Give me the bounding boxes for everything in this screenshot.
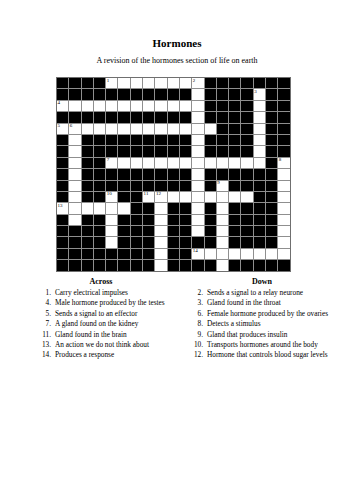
grid-cell[interactable] (69, 158, 80, 168)
block-cell (241, 101, 252, 111)
clue-item-text: Sends a signal to an effector (55, 309, 192, 319)
block-cell (266, 192, 277, 202)
grid-cell[interactable] (82, 124, 93, 134)
block-cell (217, 124, 228, 134)
grid-cell[interactable]: 11 (143, 192, 154, 202)
grid-cell[interactable] (192, 226, 203, 236)
block-cell (266, 124, 277, 134)
grid-cell[interactable] (69, 101, 80, 111)
block-cell (266, 135, 277, 145)
crossword-grid: 1234567891011121314 (56, 77, 291, 272)
clue-lists: Across 1.Carry electrical impulses4.Male… (40, 277, 332, 361)
grid-cell[interactable] (217, 249, 228, 259)
grid-cell[interactable] (241, 158, 252, 168)
block-cell (94, 112, 105, 122)
block-cell (94, 260, 105, 270)
grid-cell[interactable] (168, 101, 179, 111)
block-cell (118, 146, 129, 156)
block-cell (168, 181, 179, 191)
clue-number-label: 10 (107, 191, 112, 196)
block-cell (205, 78, 216, 88)
clue-item: 2.Sends a signal to a relay neurone (192, 288, 332, 298)
grid-cell[interactable] (229, 158, 240, 168)
block-cell (143, 135, 154, 145)
block-cell (57, 78, 68, 88)
block-cell (241, 135, 252, 145)
block-cell (241, 215, 252, 225)
grid-cell[interactable] (155, 203, 166, 213)
grid-cell[interactable] (118, 124, 129, 134)
block-cell (241, 237, 252, 247)
block-cell (180, 260, 191, 270)
block-cell (266, 203, 277, 213)
block-cell (69, 226, 80, 236)
clue-item-text: An action we do not think about (55, 340, 192, 350)
block-cell (278, 112, 289, 122)
grid-cell[interactable] (168, 124, 179, 134)
block-cell (266, 169, 277, 179)
block-cell (57, 260, 68, 270)
grid-cell[interactable] (69, 203, 80, 213)
block-cell (118, 135, 129, 145)
block-cell (254, 78, 265, 88)
block-cell (266, 158, 277, 168)
block-cell (94, 135, 105, 145)
clue-item-text: Carry electrical impulses (55, 288, 192, 298)
grid-cell[interactable] (94, 203, 105, 213)
grid-cell[interactable] (131, 78, 142, 88)
grid-cell[interactable] (94, 124, 105, 134)
clue-item-number: 4. (40, 298, 51, 308)
block-cell (278, 135, 289, 145)
block-cell (168, 89, 179, 99)
clue-item: 7.A gland found on the kidney (40, 319, 192, 329)
block-cell (180, 169, 191, 179)
grid-cell[interactable] (118, 158, 129, 168)
grid-cell[interactable] (180, 78, 191, 88)
block-cell (94, 181, 105, 191)
down-clues: Down 2.Sends a signal to a relay neurone… (192, 277, 332, 361)
block-cell (131, 215, 142, 225)
block-cell (278, 260, 289, 270)
grid-cell[interactable] (106, 237, 117, 247)
block-cell (57, 89, 68, 99)
block-cell (205, 226, 216, 236)
block-cell (69, 237, 80, 247)
block-cell (94, 226, 105, 236)
block-cell (118, 181, 129, 191)
block-cell (241, 78, 252, 88)
grid-cell[interactable]: 12 (155, 192, 166, 202)
grid-cell[interactable] (69, 215, 80, 225)
grid-cell[interactable] (205, 158, 216, 168)
grid-cell[interactable] (192, 158, 203, 168)
clue-number-label: 2 (193, 78, 196, 83)
block-cell (266, 78, 277, 88)
grid-cell[interactable] (254, 146, 265, 156)
grid-cell[interactable] (192, 101, 203, 111)
grid-cell[interactable] (278, 203, 289, 213)
block-cell (94, 169, 105, 179)
clue-number-label: 9 (217, 180, 220, 185)
block-cell (57, 181, 68, 191)
block-cell (205, 135, 216, 145)
block-cell (241, 226, 252, 236)
block-cell (106, 135, 117, 145)
grid-cell[interactable] (155, 101, 166, 111)
block-cell (266, 146, 277, 156)
block-cell (94, 192, 105, 202)
grid-cell[interactable] (192, 112, 203, 122)
grid-cell[interactable] (168, 158, 179, 168)
block-cell (106, 89, 117, 99)
grid-cell[interactable] (278, 237, 289, 247)
block-cell (229, 78, 240, 88)
block-cell (168, 146, 179, 156)
block-cell (69, 249, 80, 259)
clue-number-label: 1 (107, 78, 110, 83)
grid-cell[interactable] (143, 78, 154, 88)
block-cell (254, 226, 265, 236)
grid-cell[interactable] (254, 112, 265, 122)
grid-cell[interactable] (155, 124, 166, 134)
block-cell (278, 101, 289, 111)
block-cell (69, 78, 80, 88)
block-cell (180, 226, 191, 236)
grid-cell[interactable] (229, 249, 240, 259)
grid-cell[interactable] (118, 101, 129, 111)
block-cell (143, 112, 154, 122)
grid-cell[interactable] (69, 169, 80, 179)
page-subtitle: A revision of the hormones section of li… (0, 56, 354, 65)
block-cell (57, 226, 68, 236)
clue-item: 12.Hormone that controls blood sugar lev… (192, 350, 332, 360)
block-cell (205, 181, 216, 191)
clue-number-label: 13 (58, 203, 63, 208)
block-cell (217, 169, 228, 179)
worksheet-page: Hormones A revision of the hormones sect… (0, 0, 354, 500)
grid-cell[interactable] (278, 249, 289, 259)
block-cell (131, 181, 142, 191)
block-cell (241, 89, 252, 99)
block-cell (180, 135, 191, 145)
grid-cell[interactable] (180, 101, 191, 111)
block-cell (266, 237, 277, 247)
grid-cell[interactable] (69, 146, 80, 156)
clue-item-number: 10. (192, 340, 203, 350)
block-cell (118, 89, 129, 99)
grid-cell[interactable] (94, 101, 105, 111)
block-cell (118, 169, 129, 179)
clue-number-label: 7 (107, 157, 110, 162)
grid-cell[interactable] (155, 78, 166, 88)
grid-cell[interactable] (229, 192, 240, 202)
grid-cell[interactable]: 3 (254, 89, 265, 99)
block-cell (205, 89, 216, 99)
clue-item: 6.Female hormone produced by the ovaries (192, 309, 332, 319)
clue-item-number: 1. (40, 288, 51, 298)
block-cell (168, 112, 179, 122)
block-cell (131, 226, 142, 236)
grid-cell[interactable] (155, 158, 166, 168)
block-cell (143, 249, 154, 259)
block-cell (254, 237, 265, 247)
block-cell (94, 78, 105, 88)
block-cell (229, 226, 240, 236)
clue-item-number: 6. (192, 309, 203, 319)
grid-cell[interactable] (131, 158, 142, 168)
grid-cell[interactable] (192, 135, 203, 145)
block-cell (205, 146, 216, 156)
clue-item: 14.Produces a response (40, 350, 192, 360)
grid-cell[interactable] (106, 226, 117, 236)
grid-cell[interactable] (192, 146, 203, 156)
grid-cell[interactable] (217, 203, 228, 213)
block-cell (143, 146, 154, 156)
block-cell (82, 249, 93, 259)
grid-cell[interactable] (155, 215, 166, 225)
grid-cell[interactable]: 1 (106, 78, 117, 88)
block-cell (180, 249, 191, 259)
grid-cell[interactable] (217, 237, 228, 247)
grid-cell[interactable] (106, 203, 117, 213)
grid-cell[interactable] (155, 237, 166, 247)
block-cell (82, 146, 93, 156)
block-cell (131, 89, 142, 99)
grid-cell[interactable] (180, 192, 191, 202)
grid-cell[interactable] (278, 215, 289, 225)
clue-item-number: 3. (192, 298, 203, 308)
block-cell (266, 89, 277, 99)
grid-cell[interactable] (254, 135, 265, 145)
grid-cell[interactable]: 6 (69, 124, 80, 134)
grid-cell[interactable] (143, 158, 154, 168)
block-cell (229, 237, 240, 247)
grid-cell[interactable] (131, 101, 142, 111)
grid-cell[interactable]: 8 (278, 158, 289, 168)
grid-cell[interactable] (168, 192, 179, 202)
block-cell (278, 146, 289, 156)
block-cell (143, 181, 154, 191)
block-cell (57, 249, 68, 259)
block-cell (57, 112, 68, 122)
grid-cell[interactable] (217, 226, 228, 236)
clue-item: 5.Sends a signal to an effector (40, 309, 192, 319)
block-cell (205, 169, 216, 179)
grid-cell[interactable]: 14 (192, 249, 203, 259)
block-cell (229, 169, 240, 179)
grid-cell[interactable]: 7 (106, 158, 117, 168)
block-cell (82, 112, 93, 122)
grid-cell[interactable] (192, 169, 203, 179)
block-cell (155, 135, 166, 145)
clue-item-text: Detects a stimulus (207, 319, 332, 329)
block-cell (82, 192, 93, 202)
block-cell (168, 249, 179, 259)
block-cell (131, 237, 142, 247)
clue-number-label: 4 (58, 100, 61, 105)
block-cell (106, 181, 117, 191)
block-cell (168, 226, 179, 236)
grid-cell[interactable] (168, 78, 179, 88)
clue-item: 1.Carry electrical impulses (40, 288, 192, 298)
clue-item: 10.Transports hormones around the body (192, 340, 332, 350)
block-cell (229, 203, 240, 213)
grid-cell[interactable] (155, 226, 166, 236)
grid-cell[interactable] (192, 181, 203, 191)
grid-cell[interactable] (143, 124, 154, 134)
block-cell (143, 215, 154, 225)
grid-cell[interactable] (155, 249, 166, 259)
grid-cell[interactable] (205, 249, 216, 259)
block-cell (205, 203, 216, 213)
clue-item: 3.Gland found in the throat (192, 298, 332, 308)
grid-cell[interactable] (278, 169, 289, 179)
block-cell (82, 260, 93, 270)
block-cell (82, 78, 93, 88)
block-cell (57, 135, 68, 145)
grid-cell[interactable] (217, 260, 228, 270)
grid-cell[interactable] (180, 124, 191, 134)
block-cell (155, 181, 166, 191)
block-cell (192, 260, 203, 270)
clue-item: 4.Male hormone produced by the testes (40, 298, 192, 308)
grid-cell[interactable] (205, 192, 216, 202)
clue-item-text: Gland found in the throat (207, 298, 332, 308)
block-cell (229, 215, 240, 225)
block-cell (143, 203, 154, 213)
grid-cell[interactable] (82, 101, 93, 111)
block-cell (155, 146, 166, 156)
down-header: Down (192, 277, 332, 286)
block-cell (94, 89, 105, 99)
block-cell (118, 260, 129, 270)
clue-item-text: A gland found on the kidney (55, 319, 192, 329)
grid-cell[interactable] (241, 249, 252, 259)
grid-cell[interactable] (278, 192, 289, 202)
block-cell (205, 260, 216, 270)
block-cell (168, 135, 179, 145)
clue-number-label: 3 (254, 89, 257, 94)
clue-item-text: Gland that produces insulin (207, 330, 332, 340)
clue-item-number: 11. (40, 330, 51, 340)
grid-cell[interactable] (254, 158, 265, 168)
grid-cell[interactable] (106, 124, 117, 134)
grid-cell[interactable] (254, 249, 265, 259)
grid-cell[interactable] (254, 124, 265, 134)
block-cell (266, 101, 277, 111)
block-cell (94, 249, 105, 259)
clue-item: 9.Gland that produces insulin (192, 330, 332, 340)
block-cell (192, 237, 203, 247)
grid-cell[interactable]: 2 (192, 78, 203, 88)
grid-cell[interactable] (69, 192, 80, 202)
block-cell (118, 237, 129, 247)
block-cell (106, 112, 117, 122)
grid-cell[interactable] (69, 135, 80, 145)
grid-cell[interactable] (241, 192, 252, 202)
grid-cell[interactable] (192, 192, 203, 202)
block-cell (143, 89, 154, 99)
grid-cell[interactable] (217, 215, 228, 225)
block-cell (57, 215, 68, 225)
block-cell (180, 89, 191, 99)
grid-cell[interactable] (118, 78, 129, 88)
grid-cell[interactable]: 4 (57, 101, 68, 111)
block-cell (254, 260, 265, 270)
block-cell (143, 260, 154, 270)
clue-number-label: 6 (70, 123, 73, 128)
block-cell (57, 169, 68, 179)
clue-item-text: Produces a response (55, 350, 192, 360)
block-cell (168, 203, 179, 213)
grid-cell[interactable] (69, 181, 80, 191)
block-cell (205, 101, 216, 111)
grid-cell[interactable] (254, 101, 265, 111)
grid-cell[interactable] (217, 158, 228, 168)
grid-cell[interactable] (118, 203, 129, 213)
grid-cell[interactable]: 10 (106, 192, 117, 202)
grid-cell[interactable] (106, 101, 117, 111)
grid-cell[interactable] (266, 249, 277, 259)
clue-item-text: Gland found in the brain (55, 330, 192, 340)
grid-cell[interactable] (82, 203, 93, 213)
grid-cell[interactable] (278, 181, 289, 191)
grid-cell[interactable] (192, 89, 203, 99)
block-cell (131, 260, 142, 270)
block-cell (94, 215, 105, 225)
grid-cell[interactable] (205, 124, 216, 134)
block-cell (69, 112, 80, 122)
grid-cell[interactable] (180, 158, 191, 168)
block-cell (278, 89, 289, 99)
block-cell (168, 260, 179, 270)
block-cell (180, 237, 191, 247)
block-cell (217, 101, 228, 111)
grid-cell[interactable] (192, 203, 203, 213)
grid-cell[interactable]: 13 (57, 203, 68, 213)
grid-cell[interactable]: 5 (57, 124, 68, 134)
block-cell (131, 192, 142, 202)
grid-cell[interactable]: 9 (217, 181, 228, 191)
grid-cell[interactable] (131, 124, 142, 134)
block-cell (205, 237, 216, 247)
block-cell (180, 181, 191, 191)
block-cell (254, 169, 265, 179)
grid-cell[interactable] (192, 124, 203, 134)
across-header: Across (40, 277, 192, 286)
block-cell (57, 158, 68, 168)
block-cell (106, 260, 117, 270)
grid-cell[interactable] (155, 260, 166, 270)
block-cell (94, 237, 105, 247)
block-cell (131, 169, 142, 179)
block-cell (241, 260, 252, 270)
block-cell (143, 169, 154, 179)
grid-cell[interactable] (217, 192, 228, 202)
block-cell (106, 249, 117, 259)
block-cell (241, 146, 252, 156)
clue-item-text: Hormone that controls blood sugar levels (207, 350, 332, 360)
grid-cell[interactable] (143, 101, 154, 111)
block-cell (69, 260, 80, 270)
clue-item-number: 12. (192, 350, 203, 360)
grid-cell[interactable] (278, 226, 289, 236)
block-cell (82, 169, 93, 179)
grid-cell[interactable] (192, 215, 203, 225)
block-cell (205, 112, 216, 122)
grid-cell[interactable] (106, 215, 117, 225)
